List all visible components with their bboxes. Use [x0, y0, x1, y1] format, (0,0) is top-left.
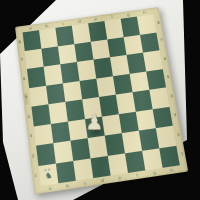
- file-label: d: [93, 177, 111, 184]
- square-r2-c8: [140, 32, 160, 52]
- square-r7-c8: [156, 126, 176, 148]
- file-label: f: [128, 172, 146, 179]
- rank-label: 8: [17, 33, 22, 51]
- file-label: a: [41, 185, 59, 192]
- board-border: abcdefgh abcdefgh 87654321 87654321 ||||…: [15, 7, 188, 194]
- rank-label: 1: [179, 145, 185, 165]
- square-r1-c8: [137, 14, 156, 34]
- square-r3-c8: [143, 50, 163, 71]
- rank-label: 7: [20, 51, 25, 70]
- file-label: c: [76, 180, 94, 187]
- square-r4-c8: [146, 69, 166, 90]
- photo-scene: abcdefgh abcdefgh 87654321 87654321 ||||…: [0, 0, 200, 200]
- file-label: e: [111, 174, 129, 181]
- rank-label: 8: [156, 14, 162, 32]
- knight-icon: ♞: [44, 172, 53, 182]
- file-label: g: [146, 169, 164, 176]
- square-r8-c8: [159, 145, 180, 168]
- chessboard: abcdefgh abcdefgh 87654321 87654321 ||||…: [15, 7, 188, 194]
- rank-label: 3: [28, 126, 33, 146]
- rank-label: 4: [26, 107, 31, 127]
- border-brand-text: |||||||: [24, 94, 29, 106]
- rank-label: 6: [22, 69, 27, 88]
- file-label: h: [163, 167, 181, 174]
- playing-area: ♟✦✦♞: [23, 14, 180, 186]
- square-r5-c8: [149, 87, 169, 108]
- white-pawn: ♟: [85, 113, 103, 133]
- square-r6-c8: [153, 106, 173, 128]
- rank-label: 2: [31, 146, 36, 166]
- file-label: b: [59, 182, 77, 189]
- rank-label: 1: [33, 166, 38, 187]
